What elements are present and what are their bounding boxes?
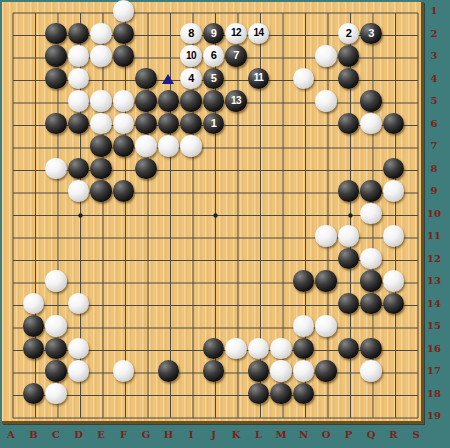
column-label: M	[273, 430, 289, 440]
column-label: A	[3, 430, 19, 440]
white-stone	[45, 158, 67, 180]
black-stone	[90, 180, 112, 202]
column-label: B	[26, 430, 42, 440]
row-label: 11	[424, 231, 444, 241]
white-stone	[293, 360, 315, 382]
black-stone	[135, 113, 157, 135]
white-stone	[315, 315, 337, 337]
black-stone	[338, 45, 360, 67]
black-stone	[248, 360, 270, 382]
white-stone	[360, 248, 382, 270]
black-stone	[135, 90, 157, 112]
white-stone: 12	[225, 23, 247, 45]
black-stone	[45, 23, 67, 45]
column-label: D	[71, 430, 87, 440]
white-stone	[90, 45, 112, 67]
row-label: 9	[424, 186, 444, 196]
column-label: J	[206, 430, 222, 440]
white-stone: 8	[180, 23, 202, 45]
black-stone	[270, 383, 292, 405]
white-stone	[90, 113, 112, 135]
move-number: 5	[211, 72, 217, 83]
move-number: 6	[211, 50, 217, 61]
row-label: 7	[424, 141, 444, 151]
row-label: 10	[424, 209, 444, 219]
move-number: 7	[233, 50, 239, 61]
white-stone	[360, 203, 382, 225]
row-label: 6	[424, 119, 444, 129]
move-number: 11	[254, 73, 264, 83]
white-stone	[225, 338, 247, 360]
black-stone	[45, 360, 67, 382]
black-stone	[23, 315, 45, 337]
black-stone	[45, 113, 67, 135]
black-stone	[315, 270, 337, 292]
white-stone	[113, 0, 135, 22]
white-stone	[383, 180, 405, 202]
move-number: 10	[186, 50, 196, 60]
black-stone	[158, 90, 180, 112]
move-number: 13	[231, 95, 241, 105]
white-stone	[68, 90, 90, 112]
black-stone	[90, 135, 112, 157]
black-stone	[203, 360, 225, 382]
white-stone	[360, 113, 382, 135]
column-label: O	[318, 430, 334, 440]
white-stone	[383, 225, 405, 247]
go-game-screenshot: 8912142310674511131ABCDEFGHIJKLMNOPQRS12…	[0, 0, 450, 448]
black-stone	[180, 90, 202, 112]
move-number: 14	[253, 28, 263, 38]
white-stone	[293, 315, 315, 337]
black-stone	[360, 270, 382, 292]
row-label: 18	[424, 389, 444, 399]
white-stone: 4	[180, 68, 202, 90]
black-stone	[315, 360, 337, 382]
column-label: C	[48, 430, 64, 440]
white-stone	[180, 135, 202, 157]
white-stone	[360, 360, 382, 382]
white-stone	[158, 135, 180, 157]
white-stone	[113, 90, 135, 112]
white-stone	[338, 225, 360, 247]
black-stone	[338, 180, 360, 202]
white-stone	[68, 45, 90, 67]
star-point	[78, 213, 82, 217]
row-label: 19	[424, 411, 444, 421]
white-stone	[315, 225, 337, 247]
column-label: Q	[363, 430, 379, 440]
row-label: 5	[424, 96, 444, 106]
move-number: 3	[368, 27, 374, 38]
black-stone	[360, 338, 382, 360]
black-stone	[45, 45, 67, 67]
column-label: P	[341, 430, 357, 440]
white-stone	[315, 45, 337, 67]
row-label: 13	[424, 276, 444, 286]
black-stone	[135, 68, 157, 90]
white-stone	[45, 270, 67, 292]
column-label: K	[228, 430, 244, 440]
white-stone	[90, 90, 112, 112]
move-number: 4	[188, 72, 194, 83]
black-stone	[293, 270, 315, 292]
black-stone	[90, 158, 112, 180]
black-stone	[360, 180, 382, 202]
row-label: 16	[424, 344, 444, 354]
row-label: 2	[424, 29, 444, 39]
move-number: 1	[211, 117, 217, 128]
white-stone	[315, 90, 337, 112]
column-label: I	[183, 430, 199, 440]
move-number: 8	[188, 27, 194, 38]
black-stone	[180, 113, 202, 135]
white-stone: 6	[203, 45, 225, 67]
row-label: 14	[424, 299, 444, 309]
black-stone	[45, 338, 67, 360]
column-label: R	[386, 430, 402, 440]
column-label: S	[408, 430, 424, 440]
black-stone: 3	[360, 23, 382, 45]
black-stone	[113, 180, 135, 202]
black-stone	[113, 135, 135, 157]
white-stone	[135, 135, 157, 157]
move-number: 9	[211, 27, 217, 38]
column-label: F	[116, 430, 132, 440]
column-label: G	[138, 430, 154, 440]
column-label: N	[296, 430, 312, 440]
white-stone	[113, 360, 135, 382]
white-stone	[68, 180, 90, 202]
row-label: 8	[424, 164, 444, 174]
row-label: 12	[424, 254, 444, 264]
triangle-marker	[162, 74, 174, 84]
star-point	[348, 213, 352, 217]
row-label: 1	[424, 6, 444, 16]
black-stone	[158, 360, 180, 382]
black-stone	[360, 293, 382, 315]
black-stone	[360, 90, 382, 112]
move-number: 2	[346, 27, 352, 38]
column-label: H	[161, 430, 177, 440]
row-label: 15	[424, 321, 444, 331]
row-label: 17	[424, 366, 444, 376]
black-stone	[113, 45, 135, 67]
column-label: L	[251, 430, 267, 440]
black-stone	[135, 158, 157, 180]
white-stone	[90, 23, 112, 45]
white-stone: 10	[180, 45, 202, 67]
row-label: 4	[424, 74, 444, 84]
white-stone	[270, 360, 292, 382]
white-stone	[68, 360, 90, 382]
row-label: 3	[424, 51, 444, 61]
black-stone	[203, 90, 225, 112]
move-number: 12	[231, 28, 241, 38]
black-stone: 7	[225, 45, 247, 67]
white-stone	[45, 383, 67, 405]
black-stone	[45, 68, 67, 90]
white-stone	[45, 315, 67, 337]
star-point	[213, 213, 217, 217]
column-label: E	[93, 430, 109, 440]
black-stone: 13	[225, 90, 247, 112]
white-stone	[270, 338, 292, 360]
white-stone	[383, 270, 405, 292]
